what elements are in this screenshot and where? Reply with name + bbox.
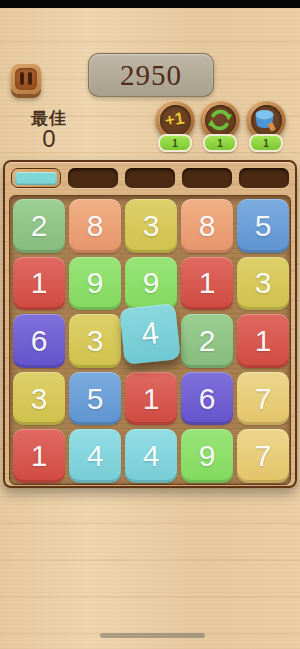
tile-tray	[11, 168, 289, 190]
tile-9[interactable]: 9	[125, 257, 177, 311]
plus-one-icon: +1	[164, 108, 187, 131]
hammer-icon	[251, 105, 281, 135]
tile-2[interactable]: 2	[181, 314, 233, 368]
tile-6[interactable]: 6	[13, 314, 65, 368]
tile-2[interactable]: 2	[13, 199, 65, 253]
tile-8[interactable]: 8	[69, 199, 121, 253]
game-screen: 2950 最佳 0 +1 1 1 1	[0, 0, 300, 649]
tile-5[interactable]: 5	[69, 372, 121, 426]
tray-slot-empty[interactable]	[182, 168, 232, 188]
tile-5[interactable]: 5	[237, 199, 289, 253]
tile-3[interactable]: 3	[13, 372, 65, 426]
tray-tile-preview	[15, 172, 57, 185]
tray-slot-active[interactable]	[11, 168, 61, 188]
tile-8[interactable]: 8	[181, 199, 233, 253]
shuffle-icon-bg	[205, 105, 236, 136]
tile-3[interactable]: 3	[125, 199, 177, 253]
powerup-count-badge: 1	[249, 134, 283, 152]
best-value: 0	[19, 125, 79, 153]
tile-9[interactable]: 9	[181, 429, 233, 483]
tile-1[interactable]: 1	[181, 257, 233, 311]
tile-7[interactable]: 7	[237, 429, 289, 483]
tray-slot-empty[interactable]	[125, 168, 175, 188]
tile-7[interactable]: 7	[237, 372, 289, 426]
tile-4[interactable]: 4	[125, 429, 177, 483]
tile-6[interactable]: 6	[181, 372, 233, 426]
score-display: 2950	[88, 53, 214, 97]
tile-3[interactable]: 3	[69, 314, 121, 368]
tile-3[interactable]: 3	[237, 257, 289, 311]
hammer-icon-bg	[251, 105, 282, 136]
plus-one-icon-bg: +1	[160, 105, 191, 136]
tile-1[interactable]: 1	[237, 314, 289, 368]
tile-1[interactable]: 1	[13, 429, 65, 483]
tile-4[interactable]: 4	[69, 429, 121, 483]
home-indicator	[100, 633, 205, 638]
tile-1[interactable]: 1	[13, 257, 65, 311]
score-value: 2950	[120, 59, 182, 92]
shuffle-refresh-icon	[205, 105, 235, 135]
status-bar	[0, 0, 300, 8]
tray-slot-empty[interactable]	[239, 168, 289, 188]
powerup-count-badge: 1	[203, 134, 237, 152]
tile-1[interactable]: 1	[125, 372, 177, 426]
pause-button[interactable]	[11, 63, 41, 94]
floating-tile[interactable]: 4	[119, 303, 181, 365]
tray-slot-empty[interactable]	[68, 168, 118, 188]
tile-9[interactable]: 9	[69, 257, 121, 311]
powerup-count-badge: 1	[158, 134, 192, 152]
pause-icon	[15, 68, 37, 90]
